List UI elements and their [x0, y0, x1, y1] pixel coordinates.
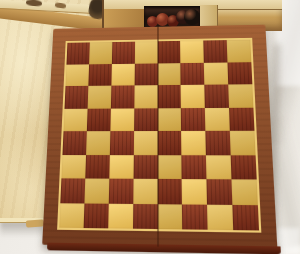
- square-b8: [89, 42, 112, 64]
- square-f7: [181, 62, 205, 85]
- square-a4: [62, 131, 86, 154]
- square-f5: [181, 108, 205, 131]
- square-a2: [60, 178, 85, 203]
- square-a5: [64, 108, 88, 131]
- square-c1: [108, 203, 133, 228]
- square-b3: [85, 155, 109, 179]
- square-h2: [232, 179, 258, 204]
- square-c2: [109, 179, 134, 204]
- square-a6: [65, 86, 89, 109]
- square-h7: [228, 62, 253, 85]
- square-f4: [181, 131, 206, 155]
- square-f6: [181, 85, 205, 108]
- square-h3: [231, 155, 257, 180]
- square-a3: [61, 155, 86, 179]
- square-b5: [87, 108, 111, 131]
- square-c4: [110, 131, 134, 155]
- square-f1: [182, 204, 208, 230]
- square-f3: [182, 155, 207, 179]
- square-e3: [158, 155, 183, 179]
- square-b7: [88, 64, 111, 86]
- square-h5: [229, 107, 254, 131]
- square-e6: [158, 85, 182, 108]
- square-d1: [133, 203, 158, 229]
- square-c5: [110, 108, 134, 131]
- square-b6: [87, 86, 111, 109]
- square-e1: [158, 204, 183, 230]
- square-d8: [134, 41, 157, 63]
- square-g4: [206, 131, 231, 155]
- square-c6: [111, 85, 135, 108]
- square-h1: [232, 204, 259, 230]
- square-c7: [111, 63, 134, 85]
- square-g1: [207, 204, 233, 230]
- square-g7: [204, 62, 228, 85]
- square-e8: [158, 41, 181, 63]
- square-e2: [158, 179, 183, 204]
- square-c8: [112, 42, 135, 64]
- square-b1: [83, 203, 108, 228]
- square-a1: [59, 203, 84, 228]
- square-h8: [227, 40, 251, 62]
- square-g5: [205, 107, 230, 130]
- square-d5: [134, 108, 158, 131]
- square-d7: [134, 63, 157, 85]
- square-g8: [204, 40, 228, 62]
- board-grid: [59, 40, 259, 231]
- board-fold-seam: [156, 27, 158, 247]
- square-f8: [180, 41, 204, 63]
- square-g6: [205, 84, 230, 107]
- square-b2: [84, 179, 109, 204]
- square-d4: [133, 131, 157, 155]
- board-side-edge: [47, 243, 281, 254]
- square-b4: [86, 131, 110, 155]
- square-a7: [66, 64, 89, 86]
- square-d6: [134, 85, 158, 108]
- square-a8: [66, 42, 89, 64]
- square-d3: [133, 155, 157, 179]
- square-e4: [158, 131, 182, 155]
- board-inlay-line: [57, 38, 261, 233]
- square-h4: [230, 131, 256, 155]
- stored-piece: [184, 9, 200, 25]
- background-cloth: [0, 0, 300, 254]
- square-f2: [182, 179, 207, 204]
- square-e5: [158, 108, 182, 131]
- square-g3: [206, 155, 231, 180]
- chessboard: [42, 25, 277, 249]
- square-e7: [158, 63, 181, 85]
- box-lid-corner: [26, 219, 44, 227]
- square-g2: [207, 179, 233, 204]
- square-d2: [133, 179, 158, 204]
- square-h6: [228, 84, 253, 107]
- square-c3: [109, 155, 133, 179]
